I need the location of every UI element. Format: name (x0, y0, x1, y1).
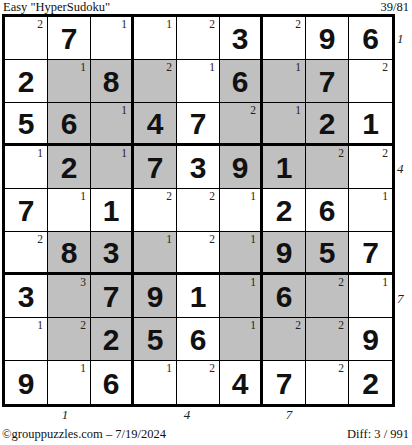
cell-r5c9[interactable]: 1 (349, 189, 392, 232)
row-label-1: 1 (397, 31, 411, 46)
given-digit: 2 (103, 323, 120, 355)
cell-r9c2[interactable]: 1 (48, 361, 91, 404)
given-digit: 3 (18, 280, 35, 312)
cell-r1c5[interactable]: 2 (177, 17, 220, 60)
pencil-mark: 1 (80, 60, 86, 74)
given-digit: 2 (18, 65, 35, 97)
cell-r1c6[interactable]: 3 (220, 17, 263, 60)
given-digit: 7 (147, 151, 164, 183)
cell-r8c2[interactable]: 2 (48, 318, 91, 361)
cell-r3c3[interactable]: 1 (91, 103, 134, 146)
pencil-mark: 2 (382, 60, 388, 74)
row-label-4: 4 (397, 161, 411, 176)
pencil-mark: 2 (295, 17, 301, 31)
pencil-mark: 1 (250, 318, 256, 332)
given-digit: 3 (103, 236, 120, 268)
col-label-7: 7 (282, 407, 296, 422)
given-digit: 9 (276, 236, 293, 268)
col-label-4: 4 (180, 407, 194, 422)
cell-r7c1[interactable]: 3 (5, 275, 48, 318)
cell-r8c3[interactable]: 2 (91, 318, 134, 361)
given-digit: 4 (147, 107, 164, 139)
cell-r6c8[interactable]: 5 (306, 232, 349, 275)
pencil-mark: 1 (121, 103, 127, 117)
cell-r9c1[interactable]: 9 (5, 361, 48, 404)
cell-r4c1[interactable]: 1 (5, 146, 48, 189)
cell-r4c3[interactable]: 1 (91, 146, 134, 189)
given-digit: 9 (147, 280, 164, 312)
cell-r6c7[interactable]: 9 (263, 232, 306, 275)
given-digit: 2 (276, 194, 293, 226)
pencil-mark: 1 (209, 60, 215, 74)
difficulty-text: Diff: 3 / 991 (347, 427, 409, 442)
cell-r1c1[interactable]: 2 (5, 17, 48, 60)
given-digit: 6 (362, 22, 379, 54)
given-digit: 6 (61, 107, 78, 139)
pencil-mark: 2 (166, 60, 172, 74)
given-digit: 5 (319, 236, 336, 268)
cell-r8c9[interactable]: 9 (349, 318, 392, 361)
cell-r6c3[interactable]: 3 (91, 232, 134, 275)
cell-r2c5[interactable]: 1 (177, 60, 220, 103)
col-label-1: 1 (58, 407, 72, 422)
cell-r3c1[interactable]: 5 (5, 103, 48, 146)
cell-r1c2[interactable]: 7 (48, 17, 91, 60)
cell-r3c6[interactable]: 2 (220, 103, 263, 146)
pencil-mark: 1 (121, 146, 127, 160)
given-digit: 3 (232, 22, 249, 54)
cell-r6c5[interactable]: 2 (177, 232, 220, 275)
pencil-mark: 1 (295, 60, 301, 74)
cell-r3c2[interactable]: 6 (48, 103, 91, 146)
given-digit: 2 (362, 367, 379, 399)
cell-r2c1[interactable]: 2 (5, 60, 48, 103)
cell-r1c8[interactable]: 9 (306, 17, 349, 60)
cell-r9c4[interactable]: 1 (134, 361, 177, 404)
cell-r4c2[interactable]: 2 (48, 146, 91, 189)
cell-r6c6[interactable]: 1 (220, 232, 263, 275)
pencil-mark: 1 (80, 361, 86, 375)
cell-r2c9[interactable]: 2 (349, 60, 392, 103)
sudoku-board: 2711232962182161725614721211217391227112… (2, 14, 395, 407)
cell-r9c5[interactable]: 2 (177, 361, 220, 404)
given-digit: 6 (319, 194, 336, 226)
given-digit: 6 (232, 65, 249, 97)
given-digit: 7 (362, 236, 379, 268)
cell-r4c6[interactable]: 9 (220, 146, 263, 189)
pencil-mark: 1 (250, 189, 256, 203)
given-digit: 7 (190, 107, 207, 139)
cell-r7c4[interactable]: 9 (134, 275, 177, 318)
cell-r7c5[interactable]: 1 (177, 275, 220, 318)
cell-r1c4[interactable]: 1 (134, 17, 177, 60)
given-digit: 6 (103, 367, 120, 399)
pencil-mark: 2 (338, 146, 344, 160)
cell-r6c2[interactable]: 8 (48, 232, 91, 275)
cell-r2c8[interactable]: 7 (306, 60, 349, 103)
cell-r5c4[interactable]: 2 (134, 189, 177, 232)
cell-r4c4[interactable]: 7 (134, 146, 177, 189)
cell-r3c5[interactable]: 7 (177, 103, 220, 146)
cell-r3c9[interactable]: 1 (349, 103, 392, 146)
cell-r5c8[interactable]: 6 (306, 189, 349, 232)
cell-r7c7[interactable]: 6 (263, 275, 306, 318)
cell-r7c9[interactable]: 1 (349, 275, 392, 318)
cell-r1c9[interactable]: 6 (349, 17, 392, 60)
pencil-mark: 1 (37, 318, 43, 332)
given-digit: 9 (319, 22, 336, 54)
pencil-mark: 1 (250, 275, 256, 289)
cell-r9c8[interactable]: 2 (306, 361, 349, 404)
given-digit: 1 (190, 280, 207, 312)
given-digit: 7 (61, 22, 78, 54)
cell-r3c8[interactable]: 2 (306, 103, 349, 146)
given-digit: 5 (18, 107, 35, 139)
pencil-mark: 2 (209, 232, 215, 246)
pencil-mark: 1 (166, 232, 172, 246)
cell-r8c1[interactable]: 1 (5, 318, 48, 361)
given-digit: 5 (147, 323, 164, 355)
cell-r3c7[interactable]: 1 (263, 103, 306, 146)
pencil-mark: 2 (37, 232, 43, 246)
cell-r9c3[interactable]: 6 (91, 361, 134, 404)
cell-r8c4[interactable]: 5 (134, 318, 177, 361)
cell-r5c2[interactable]: 1 (48, 189, 91, 232)
page: Easy "HyperSudoku" 39/81 271123296218216… (0, 0, 412, 445)
cell-r5c5[interactable]: 2 (177, 189, 220, 232)
pencil-mark: 2 (209, 189, 215, 203)
cell-r7c6[interactable]: 1 (220, 275, 263, 318)
cell-r5c1[interactable]: 7 (5, 189, 48, 232)
pencil-mark: 2 (338, 318, 344, 332)
given-digit: 9 (18, 367, 35, 399)
cell-r9c7[interactable]: 7 (263, 361, 306, 404)
cell-r6c4[interactable]: 1 (134, 232, 177, 275)
pencil-mark: 2 (295, 318, 301, 332)
given-digit: 7 (18, 194, 35, 226)
given-digit: 7 (103, 280, 120, 312)
cell-r2c4[interactable]: 2 (134, 60, 177, 103)
given-digit: 8 (103, 65, 120, 97)
given-digit: 3 (190, 151, 207, 183)
cell-r9c6[interactable]: 4 (220, 361, 263, 404)
pencil-mark: 2 (338, 361, 344, 375)
pencil-mark: 1 (166, 361, 172, 375)
pencil-mark: 2 (209, 17, 215, 31)
cell-r1c3[interactable]: 1 (91, 17, 134, 60)
given-digit: 1 (276, 151, 293, 183)
pencil-mark: 1 (382, 189, 388, 203)
given-digit: 9 (362, 323, 379, 355)
pencil-mark: 2 (250, 103, 256, 117)
cell-r5c6[interactable]: 1 (220, 189, 263, 232)
cell-r5c3[interactable]: 1 (91, 189, 134, 232)
cell-r3c4[interactable]: 4 (134, 103, 177, 146)
cell-r7c3[interactable]: 7 (91, 275, 134, 318)
given-digit: 2 (319, 107, 336, 139)
cell-r8c8[interactable]: 2 (306, 318, 349, 361)
given-digit: 7 (276, 367, 293, 399)
cell-r4c9[interactable]: 2 (349, 146, 392, 189)
pencil-mark: 1 (295, 103, 301, 117)
cell-r4c8[interactable]: 2 (306, 146, 349, 189)
pencil-mark: 1 (121, 17, 127, 31)
given-digit: 7 (319, 65, 336, 97)
copyright-text: ©grouppuzzles.com – 7/19/2024 (2, 427, 166, 442)
cell-r7c2[interactable]: 3 (48, 275, 91, 318)
pencil-mark: 2 (80, 318, 86, 332)
cell-r5c7[interactable]: 2 (263, 189, 306, 232)
given-digit: 9 (232, 151, 249, 183)
cell-r1c7[interactable]: 2 (263, 17, 306, 60)
pencil-mark: 1 (37, 146, 43, 160)
pencil-mark: 1 (250, 232, 256, 246)
cell-r4c5[interactable]: 3 (177, 146, 220, 189)
pencil-mark: 2 (166, 189, 172, 203)
cell-r2c7[interactable]: 1 (263, 60, 306, 103)
given-digit: 1 (362, 107, 379, 139)
given-digit: 6 (276, 280, 293, 312)
pencil-mark: 2 (338, 275, 344, 289)
row-label-7: 7 (397, 291, 411, 306)
cell-r2c2[interactable]: 1 (48, 60, 91, 103)
cell-r4c7[interactable]: 1 (263, 146, 306, 189)
given-digit: 2 (61, 151, 78, 183)
pencil-mark: 1 (80, 189, 86, 203)
pencil-mark: 2 (37, 17, 43, 31)
puzzle-counter: 39/81 (381, 0, 409, 15)
cell-r2c3[interactable]: 8 (91, 60, 134, 103)
cell-r9c9[interactable]: 2 (349, 361, 392, 404)
pencil-mark: 3 (80, 275, 86, 289)
given-digit: 6 (190, 323, 207, 355)
pencil-mark: 2 (382, 146, 388, 160)
given-digit: 8 (61, 236, 78, 268)
cell-r8c7[interactable]: 2 (263, 318, 306, 361)
cell-r2c6[interactable]: 6 (220, 60, 263, 103)
cell-r7c8[interactable]: 2 (306, 275, 349, 318)
cell-r6c9[interactable]: 7 (349, 232, 392, 275)
pencil-mark: 1 (166, 17, 172, 31)
cell-r8c5[interactable]: 6 (177, 318, 220, 361)
page-title: Easy "HyperSudoku" (3, 0, 110, 15)
pencil-mark: 2 (209, 361, 215, 375)
cell-r8c6[interactable]: 1 (220, 318, 263, 361)
pencil-mark: 1 (382, 275, 388, 289)
given-digit: 4 (232, 367, 249, 399)
cell-r6c1[interactable]: 2 (5, 232, 48, 275)
given-digit: 1 (103, 194, 120, 226)
